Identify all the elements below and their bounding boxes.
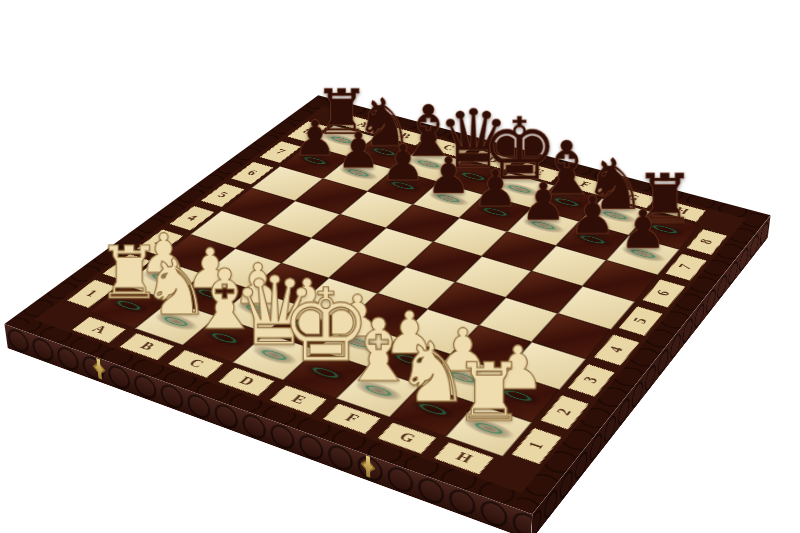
coord-patch: 4 — [593, 334, 639, 366]
scene: ABCDEFGH ABCDEFGH 87654321 87654321 ♜♞♝♛… — [0, 0, 800, 533]
coord-patch: A — [72, 316, 127, 343]
coord-text: 7 — [676, 263, 696, 271]
coord-text: C — [440, 143, 457, 152]
coord-text: 5 — [630, 316, 651, 325]
coord-text: E — [288, 393, 309, 407]
chess-board: ABCDEFGH ABCDEFGH 87654321 87654321 ♜♞♝♛… — [4, 95, 770, 514]
coord-text: 1 — [525, 440, 548, 451]
coord-patch: B — [119, 333, 174, 361]
coord-text: E — [530, 167, 546, 176]
coord-text: G — [624, 192, 642, 202]
coord-patch: 3 — [567, 364, 615, 397]
coord-text: 4 — [606, 345, 627, 355]
file-label-B: B — [111, 328, 183, 364]
coord-patch: E — [270, 385, 328, 415]
coord-text: B — [137, 340, 158, 353]
coord-text: B — [397, 132, 413, 141]
coord-text: D — [485, 155, 502, 164]
coord-text: C — [185, 357, 207, 370]
white-rook-h1[interactable]: ♜ — [434, 304, 544, 430]
rank-label-6: 6 — [635, 275, 692, 312]
file-label-A: A — [64, 312, 135, 347]
coord-text: F — [342, 411, 362, 425]
coord-patch: F — [323, 403, 382, 434]
coord-patch: G — [377, 422, 436, 454]
coord-text: A — [354, 120, 371, 129]
coord-text: H — [453, 450, 476, 466]
coord-text: 6 — [653, 289, 673, 298]
coord-text: 6 — [244, 169, 259, 178]
rank-label-4: 4 — [586, 330, 646, 371]
photo-stage: ABCDEFGH ABCDEFGH 87654321 87654321 ♜♞♝♛… — [0, 0, 800, 533]
coord-text: 8 — [697, 238, 716, 246]
coord-text: D — [236, 374, 258, 388]
file-label-H: H — [425, 437, 503, 480]
coord-patch: 5 — [618, 306, 663, 336]
coord-patch: 6 — [642, 279, 685, 308]
coord-text: 2 — [553, 407, 575, 418]
brass-clasp-icon — [91, 356, 107, 382]
coord-text: F — [577, 180, 592, 189]
coord-patch: D — [218, 367, 275, 396]
coord-patch: H — [434, 441, 494, 474]
coord-text: H — [673, 206, 691, 216]
coord-text: G — [396, 430, 419, 445]
file-label-C: C — [160, 345, 233, 382]
chess-piece-glyph: ♜ — [453, 356, 525, 430]
coord-text: 8 — [300, 127, 314, 135]
coord-patch: C — [168, 349, 224, 377]
coord-text: 7 — [273, 148, 288, 156]
coord-text: A — [89, 323, 111, 336]
coord-text: 3 — [580, 375, 602, 385]
rank-label-5: 5 — [611, 302, 669, 341]
